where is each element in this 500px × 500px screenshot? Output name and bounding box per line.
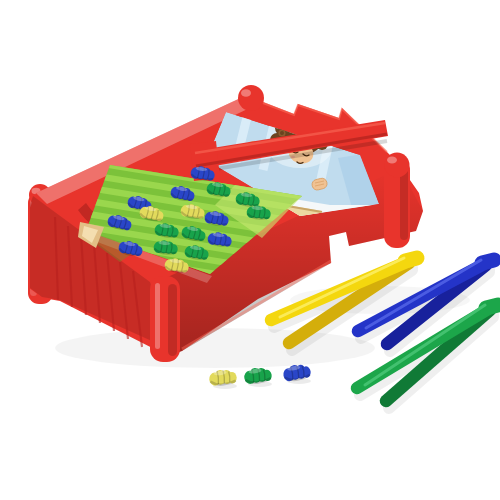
tweezers — [271, 258, 498, 408]
product-photo — [0, 0, 500, 500]
bed-leg-front — [150, 276, 180, 362]
bug-yellow[interactable] — [208, 368, 237, 386]
bed-post-head-left — [238, 85, 264, 111]
bed-post-head-right — [384, 153, 410, 249]
bed-bugs-scene — [0, 0, 500, 500]
